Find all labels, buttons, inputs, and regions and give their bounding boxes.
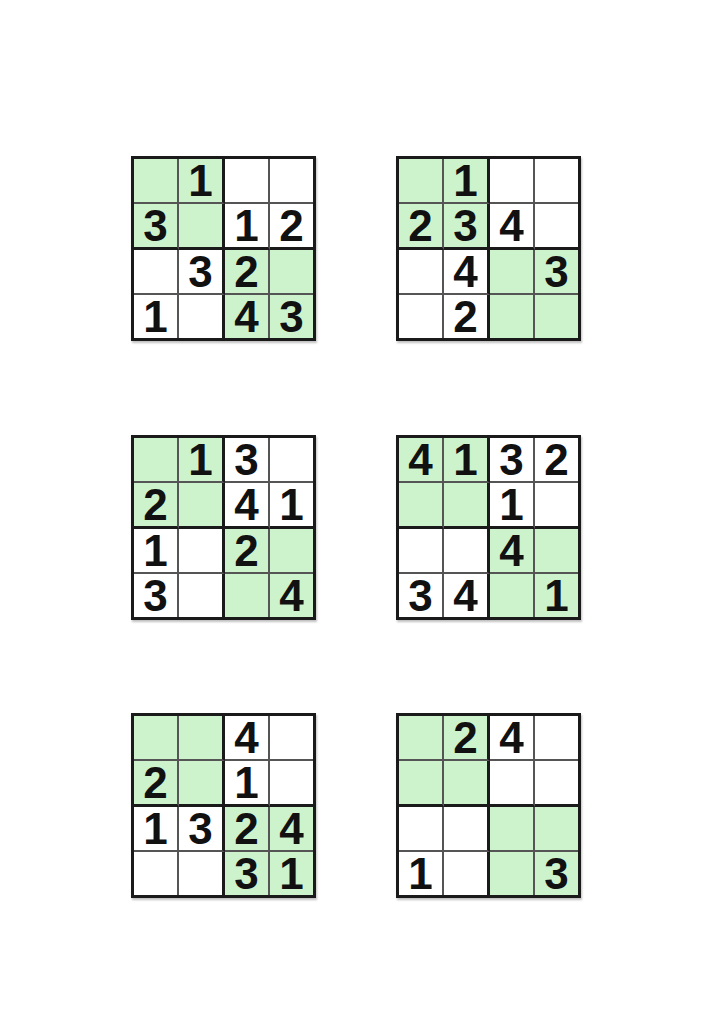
sudoku-board-1: 131232143 xyxy=(131,156,316,341)
puzzle6-cell-r4c1: 1 xyxy=(399,852,444,895)
puzzle1-cell-r2c3: 1 xyxy=(225,204,270,250)
puzzle4-cell-r3c2 xyxy=(444,529,490,574)
puzzle4-cell-r1c2: 1 xyxy=(444,438,490,483)
puzzle6-cell-r2c1 xyxy=(399,761,444,807)
sudoku-board-5: 421132431 xyxy=(131,713,316,898)
puzzle2-cell-r3c4: 3 xyxy=(535,250,578,295)
puzzle1-cell-r2c1: 3 xyxy=(134,204,179,250)
puzzle1-cell-r3c1 xyxy=(134,250,179,295)
puzzle6-cell-r2c3 xyxy=(490,761,535,807)
puzzle2-cell-r3c3 xyxy=(490,250,535,295)
puzzle3-cell-r1c4 xyxy=(270,438,313,483)
puzzle2-cell-r4c3 xyxy=(490,295,535,338)
puzzle3-cell-r2c2 xyxy=(179,483,225,529)
puzzle3-cell-r3c2 xyxy=(179,529,225,574)
puzzle6-cell-r2c4 xyxy=(535,761,578,807)
puzzle3-cell-r1c2: 1 xyxy=(179,438,225,483)
puzzle3-cell-r4c2 xyxy=(179,574,225,617)
sudoku-board-6: 2413 xyxy=(396,713,581,898)
puzzle6-cell-r1c2: 2 xyxy=(444,716,490,761)
puzzle2-cell-r1c4 xyxy=(535,159,578,204)
sudoku-board-2: 1234432 xyxy=(396,156,581,341)
puzzle1-cell-r3c3: 2 xyxy=(225,250,270,295)
puzzle5-cell-r4c3: 3 xyxy=(225,852,270,895)
puzzle5-cell-r3c3: 2 xyxy=(225,807,270,852)
puzzle1-cell-r1c1 xyxy=(134,159,179,204)
puzzle4-cell-r3c4 xyxy=(535,529,578,574)
puzzle1-cell-r4c4: 3 xyxy=(270,295,313,338)
puzzle2-cell-r2c3: 4 xyxy=(490,204,535,250)
puzzle5-cell-r4c2 xyxy=(179,852,225,895)
puzzle5-cell-r2c2 xyxy=(179,761,225,807)
puzzle2-cell-r1c2: 1 xyxy=(444,159,490,204)
puzzle4-cell-r3c1 xyxy=(399,529,444,574)
puzzle1-cell-r3c2: 3 xyxy=(179,250,225,295)
puzzle6-cell-r1c3: 4 xyxy=(490,716,535,761)
puzzle1-cell-r1c3 xyxy=(225,159,270,204)
puzzle1-cell-r4c2 xyxy=(179,295,225,338)
puzzle4-cell-r4c3 xyxy=(490,574,535,617)
puzzle1-cell-r4c1: 1 xyxy=(134,295,179,338)
puzzle3-cell-r2c1: 2 xyxy=(134,483,179,529)
puzzle3-cell-r4c4: 4 xyxy=(270,574,313,617)
puzzle2-cell-r1c3 xyxy=(490,159,535,204)
puzzle2-cell-r3c1 xyxy=(399,250,444,295)
puzzle4-cell-r3c3: 4 xyxy=(490,529,535,574)
puzzle2-cell-r4c1 xyxy=(399,295,444,338)
sudoku-board-3: 132411234 xyxy=(131,435,316,620)
puzzle4-cell-r4c1: 3 xyxy=(399,574,444,617)
puzzle5-cell-r1c1 xyxy=(134,716,179,761)
puzzle1-cell-r3c4 xyxy=(270,250,313,295)
puzzle1-cell-r1c4 xyxy=(270,159,313,204)
puzzle4-cell-r2c1 xyxy=(399,483,444,529)
puzzle3-cell-r3c3: 2 xyxy=(225,529,270,574)
puzzle5-cell-r1c2 xyxy=(179,716,225,761)
puzzle6-cell-r1c4 xyxy=(535,716,578,761)
puzzle5-cell-r1c4 xyxy=(270,716,313,761)
puzzle2-cell-r1c1 xyxy=(399,159,444,204)
puzzle1-cell-r2c2 xyxy=(179,204,225,250)
puzzle6-cell-r3c4 xyxy=(535,807,578,852)
puzzle6-cell-r4c2 xyxy=(444,852,490,895)
puzzle6-cell-r4c3 xyxy=(490,852,535,895)
puzzle6-cell-r2c2 xyxy=(444,761,490,807)
puzzle4-cell-r4c2: 4 xyxy=(444,574,490,617)
puzzle2-cell-r4c2: 2 xyxy=(444,295,490,338)
puzzle1-cell-r4c3: 4 xyxy=(225,295,270,338)
puzzle5-cell-r4c4: 1 xyxy=(270,852,313,895)
puzzle1-cell-r1c2: 1 xyxy=(179,159,225,204)
puzzle3-cell-r2c4: 1 xyxy=(270,483,313,529)
puzzle2-cell-r4c4 xyxy=(535,295,578,338)
puzzle6-cell-r3c1 xyxy=(399,807,444,852)
puzzle4-cell-r1c1: 4 xyxy=(399,438,444,483)
puzzle4-cell-r2c3: 1 xyxy=(490,483,535,529)
puzzle3-cell-r1c3: 3 xyxy=(225,438,270,483)
puzzle3-cell-r3c1: 1 xyxy=(134,529,179,574)
puzzle5-cell-r4c1 xyxy=(134,852,179,895)
puzzle3-cell-r3c4 xyxy=(270,529,313,574)
puzzle6-cell-r4c4: 3 xyxy=(535,852,578,895)
puzzle3-cell-r1c1 xyxy=(134,438,179,483)
puzzle3-cell-r2c3: 4 xyxy=(225,483,270,529)
puzzle6-cell-r1c1 xyxy=(399,716,444,761)
puzzle2-cell-r2c4 xyxy=(535,204,578,250)
puzzle5-cell-r3c4: 4 xyxy=(270,807,313,852)
puzzle5-cell-r1c3: 4 xyxy=(225,716,270,761)
puzzle2-cell-r2c2: 3 xyxy=(444,204,490,250)
puzzle-sheet: 131232143 1234432 132411234 413214341 42… xyxy=(0,0,724,1024)
puzzle1-cell-r2c4: 2 xyxy=(270,204,313,250)
puzzle4-cell-r1c3: 3 xyxy=(490,438,535,483)
puzzle5-cell-r2c3: 1 xyxy=(225,761,270,807)
sudoku-board-4: 413214341 xyxy=(396,435,581,620)
puzzle5-cell-r3c1: 1 xyxy=(134,807,179,852)
puzzle6-cell-r3c2 xyxy=(444,807,490,852)
puzzle2-cell-r2c1: 2 xyxy=(399,204,444,250)
puzzle5-cell-r2c4 xyxy=(270,761,313,807)
puzzle4-cell-r4c4: 1 xyxy=(535,574,578,617)
puzzle2-cell-r3c2: 4 xyxy=(444,250,490,295)
puzzle3-cell-r4c3 xyxy=(225,574,270,617)
puzzle4-cell-r2c2 xyxy=(444,483,490,529)
puzzle4-cell-r1c4: 2 xyxy=(535,438,578,483)
puzzle6-cell-r3c3 xyxy=(490,807,535,852)
puzzle4-cell-r2c4 xyxy=(535,483,578,529)
puzzle3-cell-r4c1: 3 xyxy=(134,574,179,617)
puzzle5-cell-r2c1: 2 xyxy=(134,761,179,807)
puzzle5-cell-r3c2: 3 xyxy=(179,807,225,852)
